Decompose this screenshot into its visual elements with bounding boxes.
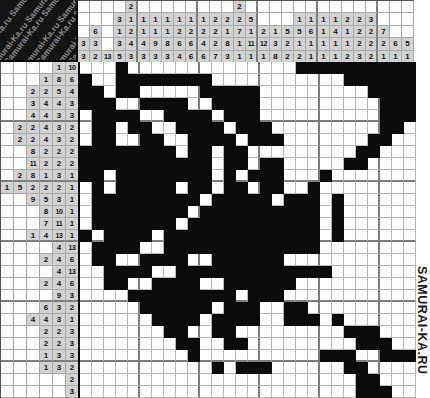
- grid-cell: [152, 98, 164, 110]
- grid-cell: [236, 362, 248, 374]
- grid-cell: [368, 290, 380, 302]
- col-clue-cell: 4: [198, 38, 210, 50]
- grid-cell: [284, 62, 296, 74]
- grid-cell: [260, 242, 272, 254]
- grid-cell: [404, 122, 416, 134]
- grid-cell: [176, 350, 188, 362]
- row-clue-cell: [27, 302, 40, 314]
- grid-cell: [200, 362, 212, 374]
- grid-cell: [332, 350, 344, 362]
- grid-cell: [200, 134, 212, 146]
- grid-cell: [272, 374, 284, 386]
- grid-cell: [104, 374, 116, 386]
- grid-cell: [116, 194, 128, 206]
- grid-cell: [128, 326, 140, 338]
- grid-cell: [188, 374, 200, 386]
- grid-cell: [308, 350, 320, 362]
- grid-cell: [80, 74, 92, 86]
- grid-cell: [80, 194, 92, 206]
- grid-cell: [92, 338, 104, 350]
- row-clue-cell: 3: [53, 302, 66, 314]
- grid-cell: [296, 314, 308, 326]
- col-clue-cell: 6: [174, 38, 186, 50]
- grid-cell: [140, 374, 152, 386]
- grid-cell: [152, 374, 164, 386]
- row-clue-cell: 2: [14, 134, 27, 146]
- grid-cell: [80, 62, 92, 74]
- grid-cell: [200, 386, 212, 398]
- col-clue-cell: [282, 1, 294, 13]
- row-clue-cell: [14, 146, 27, 158]
- row-clue-cell: [1, 86, 14, 98]
- grid-cell: [236, 302, 248, 314]
- row-clue-cell: 2: [40, 254, 53, 266]
- row-clue-cell: [1, 350, 14, 362]
- col-clue-cell: [162, 1, 174, 13]
- grid-cell: [368, 278, 380, 290]
- grid-cell: [224, 86, 236, 98]
- grid-cell: [308, 338, 320, 350]
- grid-cell: [356, 374, 368, 386]
- grid-cell: [392, 230, 404, 242]
- grid-cell: [104, 74, 116, 86]
- grid-cell: [188, 338, 200, 350]
- grid-cell: [92, 182, 104, 194]
- grid-cell: [332, 362, 344, 374]
- row-clue-cell: [14, 374, 27, 386]
- grid-cell: [368, 302, 380, 314]
- col-clue-cell: 2: [354, 13, 366, 25]
- grid-cell: [392, 362, 404, 374]
- grid-cell: [152, 206, 164, 218]
- col-clue-cell: 1: [114, 26, 126, 38]
- row-clue-cell: [1, 230, 14, 242]
- grid-cell: [356, 62, 368, 74]
- grid-cell: [260, 218, 272, 230]
- grid-cell: [332, 254, 344, 266]
- grid-cell: [152, 230, 164, 242]
- grid-cell: [260, 350, 272, 362]
- grid-cell: [296, 374, 308, 386]
- grid-cell: [368, 386, 380, 398]
- col-clue-cell: 1: [138, 26, 150, 38]
- grid-cell: [296, 182, 308, 194]
- grid-cell: [392, 134, 404, 146]
- grid-cell: [248, 110, 260, 122]
- col-clue-cell: [198, 1, 210, 13]
- row-clue-cell: [14, 290, 27, 302]
- grid-cell: [200, 158, 212, 170]
- grid-cell: [212, 278, 224, 290]
- grid-cell: [392, 302, 404, 314]
- grid-cell: [212, 146, 224, 158]
- grid-cell: [332, 266, 344, 278]
- grid-cell: [212, 230, 224, 242]
- col-clue-cell: 1: [126, 13, 138, 25]
- grid-cell: [188, 242, 200, 254]
- row-clue-cell: 9: [27, 194, 40, 206]
- grid-cell: [284, 74, 296, 86]
- grid-cell: [272, 338, 284, 350]
- row-clue-cell: [27, 350, 40, 362]
- col-clue-cell: [390, 26, 402, 38]
- grid-cell: [128, 158, 140, 170]
- row-clue-cell: [1, 278, 14, 290]
- grid-cell: [176, 62, 188, 74]
- grid-cell: [380, 350, 392, 362]
- grid-cell: [392, 374, 404, 386]
- grid-cell: [140, 290, 152, 302]
- grid-cell: [308, 134, 320, 146]
- grid-cell: [224, 254, 236, 266]
- grid-cell: [308, 218, 320, 230]
- grid-cell: [164, 266, 176, 278]
- grid-cell: [284, 134, 296, 146]
- grid-cell: [128, 266, 140, 278]
- row-clue-cell: 2: [53, 158, 66, 170]
- grid-cell: [248, 122, 260, 134]
- grid-cell: [176, 86, 188, 98]
- col-clue-cell: 2: [354, 38, 366, 50]
- grid-cell: [200, 86, 212, 98]
- grid-cell: [200, 74, 212, 86]
- grid-cell: [140, 254, 152, 266]
- grid-cell: [380, 62, 392, 74]
- row-clue-cell: [1, 98, 14, 110]
- grid-cell: [92, 110, 104, 122]
- col-clue-cell: 3: [114, 38, 126, 50]
- grid-cell: [356, 314, 368, 326]
- grid-cell: [404, 386, 416, 398]
- row-clue-cell: [14, 98, 27, 110]
- grid-cell: [320, 290, 332, 302]
- grid-cell: [260, 98, 272, 110]
- grid-cell: [116, 362, 128, 374]
- grid-cell: [164, 326, 176, 338]
- grid-cell: [224, 362, 236, 374]
- grid-cell: [176, 206, 188, 218]
- row-clue-cell: [14, 338, 27, 350]
- grid-cell: [92, 374, 104, 386]
- grid-cell: [356, 182, 368, 194]
- grid-cell: [140, 110, 152, 122]
- grid-cell: [212, 314, 224, 326]
- col-clue-cell: [210, 1, 222, 13]
- grid-cell: [212, 386, 224, 398]
- row-clue-cell: [1, 218, 14, 230]
- grid-cell: [188, 74, 200, 86]
- col-clue-cell: [150, 1, 162, 13]
- grid-cell: [212, 350, 224, 362]
- grid-cell: [188, 350, 200, 362]
- grid-cell: [152, 278, 164, 290]
- grid-cell: [176, 110, 188, 122]
- row-clue-cell: [27, 242, 40, 254]
- grid-cell: [92, 74, 104, 86]
- grid-cell: [104, 182, 116, 194]
- row-clue-cell: 5: [14, 182, 27, 194]
- row-clue-cell: [27, 218, 40, 230]
- grid-cell: [164, 290, 176, 302]
- grid-cell: [116, 86, 128, 98]
- col-clue-cell: [270, 13, 282, 25]
- grid-cell: [296, 230, 308, 242]
- grid-cell: [116, 278, 128, 290]
- grid-cell: [128, 362, 140, 374]
- grid-cell: [224, 146, 236, 158]
- grid-cell: [344, 242, 356, 254]
- row-clue-cell: 6: [40, 302, 53, 314]
- grid-cell: [140, 266, 152, 278]
- grid-cell: [80, 338, 92, 350]
- grid-cell: [272, 134, 284, 146]
- grid-cell: [104, 302, 116, 314]
- row-clue-cell: 3: [27, 98, 40, 110]
- grid-cell: [128, 98, 140, 110]
- row-clue-cell: 2: [40, 278, 53, 290]
- grid-cell: [224, 122, 236, 134]
- grid-cell: [296, 110, 308, 122]
- col-clue-cell: [102, 26, 114, 38]
- grid-cell: [332, 182, 344, 194]
- grid-cell: [224, 194, 236, 206]
- grid-cell: [392, 218, 404, 230]
- grid-cell: [380, 326, 392, 338]
- grid-cell: [140, 242, 152, 254]
- grid-cell: [116, 74, 128, 86]
- grid-cell: [92, 98, 104, 110]
- col-clue-cell: [174, 1, 186, 13]
- row-clue-cell: 1: [40, 74, 53, 86]
- col-clue-cell: [90, 1, 102, 13]
- row-clue-cell: [40, 386, 53, 398]
- grid-cell: [140, 122, 152, 134]
- grid-cell: [320, 74, 332, 86]
- grid-cell: [392, 386, 404, 398]
- row-clue-cell: [14, 218, 27, 230]
- grid-cell: [260, 170, 272, 182]
- grid-cell: [344, 290, 356, 302]
- row-clue-cell: [1, 146, 14, 158]
- grid-cell: [308, 158, 320, 170]
- grid-cell: [128, 254, 140, 266]
- grid-cell: [188, 122, 200, 134]
- grid-cell: [392, 266, 404, 278]
- grid-cell: [116, 242, 128, 254]
- grid-cell: [104, 122, 116, 134]
- row-clue-cell: [1, 62, 14, 74]
- grid-cell: [80, 206, 92, 218]
- grid-cell: [356, 338, 368, 350]
- grid-cell: [116, 170, 128, 182]
- grid-cell: [320, 158, 332, 170]
- row-clue-cell: 2: [27, 134, 40, 146]
- col-clue-cell: 2: [366, 38, 378, 50]
- grid-cell: [188, 62, 200, 74]
- col-clue-cell: 1: [234, 38, 246, 50]
- grid-cell: [116, 206, 128, 218]
- col-clue-cell: 1: [162, 26, 174, 38]
- grid-cell: [380, 242, 392, 254]
- grid-cell: [392, 158, 404, 170]
- grid-cell: [260, 338, 272, 350]
- grid-cell: [176, 314, 188, 326]
- col-clue-cell: [138, 1, 150, 13]
- grid-cell: [284, 326, 296, 338]
- grid-cell: [380, 98, 392, 110]
- grid-cell: [140, 302, 152, 314]
- col-clue-cell: 4: [126, 38, 138, 50]
- grid-cell: [188, 218, 200, 230]
- grid-cell: [392, 278, 404, 290]
- grid-cell: [380, 338, 392, 350]
- grid-cell: [236, 98, 248, 110]
- grid-cell: [392, 338, 404, 350]
- grid-cell: [152, 326, 164, 338]
- grid-cell: [248, 350, 260, 362]
- col-clue-cell: 2: [126, 26, 138, 38]
- grid-cell: [188, 134, 200, 146]
- grid-cell: [380, 146, 392, 158]
- grid-cell: [368, 326, 380, 338]
- grid-cell: [380, 122, 392, 134]
- row-clue-cell: [1, 110, 14, 122]
- grid-cell: [236, 158, 248, 170]
- grid-cell: [104, 386, 116, 398]
- grid-cell: [320, 86, 332, 98]
- grid-cell: [284, 314, 296, 326]
- grid-cell: [344, 194, 356, 206]
- grid-cell: [248, 62, 260, 74]
- grid-cell: [80, 278, 92, 290]
- grid-cell: [128, 182, 140, 194]
- grid-cell: [272, 62, 284, 74]
- grid-cell: [344, 302, 356, 314]
- grid-cell: [104, 338, 116, 350]
- grid-cell: [332, 98, 344, 110]
- row-clue-cell: [14, 254, 27, 266]
- grid-cell: [248, 374, 260, 386]
- grid-cell: [92, 290, 104, 302]
- grid-cell: [248, 86, 260, 98]
- col-clue-cell: 2: [198, 26, 210, 38]
- grid-cell: [92, 350, 104, 362]
- col-clue-cell: [78, 13, 90, 25]
- grid-cell: [200, 338, 212, 350]
- grid-cell: [188, 110, 200, 122]
- row-clue-cell: [1, 242, 14, 254]
- row-clue-cell: [14, 302, 27, 314]
- grid-cell: [80, 134, 92, 146]
- col-clue-cell: 2: [210, 13, 222, 25]
- grid-cell: [128, 350, 140, 362]
- grid-cell: [140, 218, 152, 230]
- grid-cell: [80, 350, 92, 362]
- row-clue-cell: 4: [40, 314, 53, 326]
- grid-cell: [296, 86, 308, 98]
- grid-cell: [332, 302, 344, 314]
- grid-cell: [356, 98, 368, 110]
- grid-cell: [200, 254, 212, 266]
- col-clue-cell: 7: [378, 26, 390, 38]
- row-clue-cell: 1: [40, 350, 53, 362]
- grid-cell: [140, 350, 152, 362]
- grid-cell: [332, 86, 344, 98]
- grid-cell: [80, 230, 92, 242]
- row-clue-cell: 13: [53, 230, 66, 242]
- grid-cell: [380, 302, 392, 314]
- col-clue-cell: [102, 13, 114, 25]
- grid-cell: [236, 242, 248, 254]
- grid-cell: [260, 194, 272, 206]
- grid-cell: [248, 182, 260, 194]
- grid-cell: [152, 218, 164, 230]
- grid-cell: [356, 290, 368, 302]
- grid-cell: [320, 314, 332, 326]
- row-clue-cell: 4: [40, 230, 53, 242]
- row-clue-cell: 4: [53, 242, 66, 254]
- grid-cell: [320, 146, 332, 158]
- grid-cell: [404, 86, 416, 98]
- grid-cell: [368, 254, 380, 266]
- grid-cell: [224, 158, 236, 170]
- grid-cell: [272, 110, 284, 122]
- grid-cell: [92, 158, 104, 170]
- grid-cell: [272, 182, 284, 194]
- grid-cell: [356, 86, 368, 98]
- col-clue-cell: 5: [282, 26, 294, 38]
- grid-cell: [104, 230, 116, 242]
- grid-cell: [128, 278, 140, 290]
- grid-cell: [116, 230, 128, 242]
- grid-cell: [116, 302, 128, 314]
- grid-cell: [176, 122, 188, 134]
- grid-cell: [128, 314, 140, 326]
- grid-cell: [284, 86, 296, 98]
- grid-cell: [212, 362, 224, 374]
- grid-cell: [344, 146, 356, 158]
- grid-cell: [164, 122, 176, 134]
- grid-cell: [140, 326, 152, 338]
- grid-cell: [380, 182, 392, 194]
- grid-cell: [332, 62, 344, 74]
- grid-cell: [308, 362, 320, 374]
- grid-cell: [404, 206, 416, 218]
- grid-cell: [152, 254, 164, 266]
- grid-cell: [200, 182, 212, 194]
- grid-cell: [188, 362, 200, 374]
- grid-cell: [380, 86, 392, 98]
- grid-cell: [272, 362, 284, 374]
- grid-cell: [116, 290, 128, 302]
- grid-cell: [164, 182, 176, 194]
- grid-cell: [128, 374, 140, 386]
- grid-cell: [236, 62, 248, 74]
- grid-cell: [200, 242, 212, 254]
- col-clue-cell: 7: [234, 26, 246, 38]
- grid-cell: [128, 170, 140, 182]
- row-clue-cell: [53, 386, 66, 398]
- grid-cell: [116, 350, 128, 362]
- row-clue-cell: 4: [40, 110, 53, 122]
- grid-cell: [320, 362, 332, 374]
- grid-cell: [356, 266, 368, 278]
- grid-cell: [332, 122, 344, 134]
- grid-cell: [296, 170, 308, 182]
- row-clue-cell: [1, 74, 14, 86]
- col-clue-cell: [258, 1, 270, 13]
- row-clue-cell: [14, 86, 27, 98]
